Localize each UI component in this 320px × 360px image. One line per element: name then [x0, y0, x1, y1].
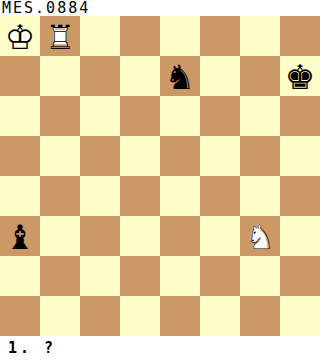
- square-h7[interactable]: ♚: [280, 56, 320, 96]
- square-f6[interactable]: [200, 96, 240, 136]
- square-h2[interactable]: [280, 256, 320, 296]
- square-b2[interactable]: [40, 256, 80, 296]
- square-a5[interactable]: [0, 136, 40, 176]
- square-d1[interactable]: [120, 296, 160, 336]
- white-rook-fill: ♜: [40, 16, 80, 56]
- square-b4[interactable]: [40, 176, 80, 216]
- square-b6[interactable]: [40, 96, 80, 136]
- square-f5[interactable]: [200, 136, 240, 176]
- square-g7[interactable]: [240, 56, 280, 96]
- square-d5[interactable]: [120, 136, 160, 176]
- square-c8[interactable]: [80, 16, 120, 56]
- white-king-fill: ♚: [0, 16, 40, 56]
- square-f7[interactable]: [200, 56, 240, 96]
- square-d3[interactable]: [120, 216, 160, 256]
- square-d7[interactable]: [120, 56, 160, 96]
- square-c6[interactable]: [80, 96, 120, 136]
- square-e5[interactable]: [160, 136, 200, 176]
- move-prompt-label: 1. ?: [8, 339, 56, 357]
- square-a7[interactable]: [0, 56, 40, 96]
- square-e1[interactable]: [160, 296, 200, 336]
- square-c5[interactable]: [80, 136, 120, 176]
- square-h6[interactable]: [280, 96, 320, 136]
- square-c3[interactable]: [80, 216, 120, 256]
- square-b1[interactable]: [40, 296, 80, 336]
- square-f3[interactable]: [200, 216, 240, 256]
- square-f1[interactable]: [200, 296, 240, 336]
- square-f8[interactable]: [200, 16, 240, 56]
- square-h3[interactable]: [280, 216, 320, 256]
- square-a8[interactable]: ♚♔: [0, 16, 40, 56]
- square-d4[interactable]: [120, 176, 160, 216]
- square-h1[interactable]: [280, 296, 320, 336]
- square-a3[interactable]: ♝: [0, 216, 40, 256]
- square-e2[interactable]: [160, 256, 200, 296]
- chess-board: ♚♔♜♖♞♚♝♞♘: [0, 16, 320, 336]
- chess-diagram-window: MES.0884 ♚♔♜♖♞♚♝♞♘ 1. ?: [0, 0, 320, 360]
- square-b5[interactable]: [40, 136, 80, 176]
- square-b3[interactable]: [40, 216, 80, 256]
- square-c1[interactable]: [80, 296, 120, 336]
- square-e6[interactable]: [160, 96, 200, 136]
- square-a4[interactable]: [0, 176, 40, 216]
- black-knight: ♞: [160, 56, 200, 96]
- square-d2[interactable]: [120, 256, 160, 296]
- square-e4[interactable]: [160, 176, 200, 216]
- white-rook: ♖: [40, 16, 80, 56]
- diagram-header: MES.0884: [0, 0, 320, 16]
- diagram-footer: 1. ?: [0, 336, 320, 360]
- square-h5[interactable]: [280, 136, 320, 176]
- square-e3[interactable]: [160, 216, 200, 256]
- square-f4[interactable]: [200, 176, 240, 216]
- square-d6[interactable]: [120, 96, 160, 136]
- square-f2[interactable]: [200, 256, 240, 296]
- square-c7[interactable]: [80, 56, 120, 96]
- square-g5[interactable]: [240, 136, 280, 176]
- square-e7[interactable]: ♞: [160, 56, 200, 96]
- square-a1[interactable]: [0, 296, 40, 336]
- square-g3[interactable]: ♞♘: [240, 216, 280, 256]
- square-a6[interactable]: [0, 96, 40, 136]
- white-king: ♔: [0, 16, 40, 56]
- square-a2[interactable]: [0, 256, 40, 296]
- diagram-id-label: MES.0884: [2, 0, 90, 17]
- black-bishop: ♝: [0, 216, 40, 256]
- square-b8[interactable]: ♜♖: [40, 16, 80, 56]
- square-d8[interactable]: [120, 16, 160, 56]
- square-h4[interactable]: [280, 176, 320, 216]
- square-g1[interactable]: [240, 296, 280, 336]
- square-g8[interactable]: [240, 16, 280, 56]
- square-h8[interactable]: [280, 16, 320, 56]
- white-knight: ♘: [240, 216, 280, 256]
- square-c4[interactable]: [80, 176, 120, 216]
- black-king: ♚: [280, 56, 320, 96]
- square-b7[interactable]: [40, 56, 80, 96]
- square-g2[interactable]: [240, 256, 280, 296]
- white-knight-fill: ♞: [240, 216, 280, 256]
- square-g4[interactable]: [240, 176, 280, 216]
- square-c2[interactable]: [80, 256, 120, 296]
- square-g6[interactable]: [240, 96, 280, 136]
- square-e8[interactable]: [160, 16, 200, 56]
